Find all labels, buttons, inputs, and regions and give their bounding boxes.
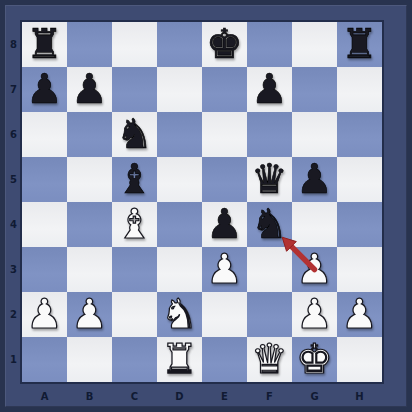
white-pawn-b2[interactable]: ♟: [67, 292, 112, 337]
board-frame: 87654321 ♜♚♜♟♟♟♞♝♛♟♝♟♞♟♟♟♟♞♟♟♜♛♚ ABCDEFG…: [0, 0, 412, 412]
rank-label-2: 2: [5, 292, 22, 337]
square-h8[interactable]: ♜: [337, 22, 382, 67]
white-pawn-h2[interactable]: ♟: [337, 292, 382, 337]
file-label-f: F: [247, 384, 292, 412]
square-c3[interactable]: [112, 247, 157, 292]
square-e7[interactable]: [202, 67, 247, 112]
square-d2[interactable]: ♞: [157, 292, 202, 337]
square-d4[interactable]: [157, 202, 202, 247]
square-h1[interactable]: [337, 337, 382, 382]
rank-label-7: 7: [5, 67, 22, 112]
square-a7[interactable]: ♟: [22, 67, 67, 112]
square-c1[interactable]: [112, 337, 157, 382]
square-e2[interactable]: [202, 292, 247, 337]
square-b7[interactable]: ♟: [67, 67, 112, 112]
square-g7[interactable]: [292, 67, 337, 112]
square-c2[interactable]: [112, 292, 157, 337]
file-label-c: C: [112, 384, 157, 412]
square-b5[interactable]: [67, 157, 112, 202]
square-a2[interactable]: ♟: [22, 292, 67, 337]
rank-label-3: 3: [5, 247, 22, 292]
square-f5[interactable]: ♛: [247, 157, 292, 202]
square-e6[interactable]: [202, 112, 247, 157]
square-a4[interactable]: [22, 202, 67, 247]
black-knight-c6[interactable]: ♞: [112, 112, 157, 157]
black-knight-f4[interactable]: ♞: [247, 202, 292, 247]
black-bishop-c5[interactable]: ♝: [112, 157, 157, 202]
square-b6[interactable]: [67, 112, 112, 157]
black-rook-a8[interactable]: ♜: [22, 22, 67, 67]
square-d6[interactable]: [157, 112, 202, 157]
file-label-b: B: [67, 384, 112, 412]
white-knight-d2[interactable]: ♞: [157, 292, 202, 337]
black-pawn-e4[interactable]: ♟: [202, 202, 247, 247]
white-king-g1[interactable]: ♚: [292, 337, 337, 382]
rank-label-4: 4: [5, 202, 22, 247]
white-queen-f1[interactable]: ♛: [247, 337, 292, 382]
square-b4[interactable]: [67, 202, 112, 247]
square-f1[interactable]: ♛: [247, 337, 292, 382]
square-h4[interactable]: [337, 202, 382, 247]
square-d5[interactable]: [157, 157, 202, 202]
file-label-h: H: [337, 384, 382, 412]
square-g4[interactable]: [292, 202, 337, 247]
square-c6[interactable]: ♞: [112, 112, 157, 157]
square-f3[interactable]: [247, 247, 292, 292]
square-a5[interactable]: [22, 157, 67, 202]
square-g5[interactable]: ♟: [292, 157, 337, 202]
square-a8[interactable]: ♜: [22, 22, 67, 67]
square-c4[interactable]: ♝: [112, 202, 157, 247]
chess-board: ♜♚♜♟♟♟♞♝♛♟♝♟♞♟♟♟♟♞♟♟♜♛♚: [22, 22, 382, 382]
black-rook-h8[interactable]: ♜: [337, 22, 382, 67]
rank-label-8: 8: [5, 22, 22, 67]
square-e8[interactable]: ♚: [202, 22, 247, 67]
square-f4[interactable]: ♞: [247, 202, 292, 247]
rank-label-5: 5: [5, 157, 22, 202]
black-pawn-g5[interactable]: ♟: [292, 157, 337, 202]
square-b1[interactable]: [67, 337, 112, 382]
square-g2[interactable]: ♟: [292, 292, 337, 337]
square-b2[interactable]: ♟: [67, 292, 112, 337]
file-label-g: G: [292, 384, 337, 412]
white-pawn-g2[interactable]: ♟: [292, 292, 337, 337]
square-g1[interactable]: ♚: [292, 337, 337, 382]
square-b3[interactable]: [67, 247, 112, 292]
black-queen-f5[interactable]: ♛: [247, 157, 292, 202]
square-e3[interactable]: ♟: [202, 247, 247, 292]
square-c7[interactable]: [112, 67, 157, 112]
square-f8[interactable]: [247, 22, 292, 67]
square-a1[interactable]: [22, 337, 67, 382]
square-d1[interactable]: ♜: [157, 337, 202, 382]
white-pawn-g3[interactable]: ♟: [292, 247, 337, 292]
square-c5[interactable]: ♝: [112, 157, 157, 202]
rank-label-1: 1: [5, 337, 22, 382]
square-h6[interactable]: [337, 112, 382, 157]
black-pawn-f7[interactable]: ♟: [247, 67, 292, 112]
file-label-a: A: [22, 384, 67, 412]
black-pawn-b7[interactable]: ♟: [67, 67, 112, 112]
square-g8[interactable]: [292, 22, 337, 67]
rank-label-6: 6: [5, 112, 22, 157]
square-c8[interactable]: [112, 22, 157, 67]
square-h7[interactable]: [337, 67, 382, 112]
square-b8[interactable]: [67, 22, 112, 67]
file-label-e: E: [202, 384, 247, 412]
white-pawn-e3[interactable]: ♟: [202, 247, 247, 292]
square-e1[interactable]: [202, 337, 247, 382]
file-label-d: D: [157, 384, 202, 412]
black-king-e8[interactable]: ♚: [202, 22, 247, 67]
square-d8[interactable]: [157, 22, 202, 67]
white-pawn-a2[interactable]: ♟: [22, 292, 67, 337]
square-d3[interactable]: [157, 247, 202, 292]
black-pawn-a7[interactable]: ♟: [22, 67, 67, 112]
square-e4[interactable]: ♟: [202, 202, 247, 247]
square-f6[interactable]: [247, 112, 292, 157]
square-a6[interactable]: [22, 112, 67, 157]
white-bishop-c4[interactable]: ♝: [112, 202, 157, 247]
square-f7[interactable]: ♟: [247, 67, 292, 112]
square-a3[interactable]: [22, 247, 67, 292]
square-h2[interactable]: ♟: [337, 292, 382, 337]
square-h5[interactable]: [337, 157, 382, 202]
square-h3[interactable]: [337, 247, 382, 292]
rank-labels: 87654321: [5, 22, 22, 382]
square-g3[interactable]: ♟: [292, 247, 337, 292]
square-f2[interactable]: [247, 292, 292, 337]
square-e5[interactable]: [202, 157, 247, 202]
file-labels: ABCDEFGH: [22, 384, 382, 412]
square-d7[interactable]: [157, 67, 202, 112]
white-rook-d1[interactable]: ♜: [157, 337, 202, 382]
square-g6[interactable]: [292, 112, 337, 157]
